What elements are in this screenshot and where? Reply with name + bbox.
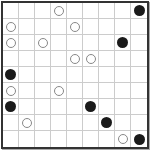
cell-r5c6[interactable] bbox=[99, 83, 115, 99]
cell-r5c2[interactable] bbox=[35, 83, 51, 99]
cell-r1c7[interactable] bbox=[115, 19, 131, 35]
cell-r6c1[interactable] bbox=[19, 99, 35, 115]
cell-r3c2[interactable] bbox=[35, 51, 51, 67]
cell-r3c5[interactable] bbox=[83, 51, 99, 67]
cell-r4c0[interactable] bbox=[3, 67, 19, 83]
cell-r3c1[interactable] bbox=[19, 51, 35, 67]
cell-r3c7[interactable] bbox=[115, 51, 131, 67]
masyu-black-circle bbox=[134, 134, 145, 145]
cell-r7c7[interactable] bbox=[115, 115, 131, 131]
masyu-white-circle bbox=[6, 38, 16, 48]
cell-r4c6[interactable] bbox=[99, 67, 115, 83]
cell-r2c2[interactable] bbox=[35, 35, 51, 51]
cell-r0c5[interactable] bbox=[83, 3, 99, 19]
masyu-black-circle bbox=[117, 37, 128, 48]
cell-r5c1[interactable] bbox=[19, 83, 35, 99]
masyu-white-circle bbox=[6, 86, 16, 96]
cell-r3c3[interactable] bbox=[51, 51, 67, 67]
masyu-white-circle bbox=[54, 86, 64, 96]
cell-r4c2[interactable] bbox=[35, 67, 51, 83]
cell-r3c6[interactable] bbox=[99, 51, 115, 67]
cell-r6c8[interactable] bbox=[131, 99, 147, 115]
masyu-board bbox=[1, 1, 149, 149]
masyu-black-circle bbox=[5, 69, 16, 80]
cell-r7c4[interactable] bbox=[67, 115, 83, 131]
cell-r5c7[interactable] bbox=[115, 83, 131, 99]
masyu-white-circle bbox=[54, 6, 64, 16]
masyu-white-circle bbox=[70, 22, 80, 32]
masyu-black-circle bbox=[5, 101, 16, 112]
cell-r7c2[interactable] bbox=[35, 115, 51, 131]
cell-r4c5[interactable] bbox=[83, 67, 99, 83]
cell-r3c8[interactable] bbox=[131, 51, 147, 67]
cell-r0c6[interactable] bbox=[99, 3, 115, 19]
cell-r8c0[interactable] bbox=[3, 131, 19, 147]
cell-r2c1[interactable] bbox=[19, 35, 35, 51]
cell-r8c7[interactable] bbox=[115, 131, 131, 147]
cell-r6c6[interactable] bbox=[99, 99, 115, 115]
cell-r0c8[interactable] bbox=[131, 3, 147, 19]
cell-r7c6[interactable] bbox=[99, 115, 115, 131]
cell-r3c4[interactable] bbox=[67, 51, 83, 67]
cell-r4c7[interactable] bbox=[115, 67, 131, 83]
cell-r0c7[interactable] bbox=[115, 3, 131, 19]
cell-r1c8[interactable] bbox=[131, 19, 147, 35]
cell-r1c6[interactable] bbox=[99, 19, 115, 35]
cell-r4c3[interactable] bbox=[51, 67, 67, 83]
cell-r1c0[interactable] bbox=[3, 19, 19, 35]
cell-r3c0[interactable] bbox=[3, 51, 19, 67]
cell-r4c1[interactable] bbox=[19, 67, 35, 83]
cell-r6c7[interactable] bbox=[115, 99, 131, 115]
cell-r2c0[interactable] bbox=[3, 35, 19, 51]
cell-r1c2[interactable] bbox=[35, 19, 51, 35]
masyu-black-circle bbox=[101, 117, 112, 128]
cell-r1c5[interactable] bbox=[83, 19, 99, 35]
cell-r6c3[interactable] bbox=[51, 99, 67, 115]
masyu-white-circle bbox=[70, 54, 80, 64]
cell-r5c3[interactable] bbox=[51, 83, 67, 99]
cell-r0c2[interactable] bbox=[35, 3, 51, 19]
masyu-puzzle bbox=[1, 1, 149, 149]
cell-r7c1[interactable] bbox=[19, 115, 35, 131]
masyu-white-circle bbox=[6, 22, 16, 32]
cell-r4c8[interactable] bbox=[131, 67, 147, 83]
cell-r2c6[interactable] bbox=[99, 35, 115, 51]
cell-r2c8[interactable] bbox=[131, 35, 147, 51]
cell-r2c4[interactable] bbox=[67, 35, 83, 51]
cell-r2c7[interactable] bbox=[115, 35, 131, 51]
cell-r6c5[interactable] bbox=[83, 99, 99, 115]
cell-r7c8[interactable] bbox=[131, 115, 147, 131]
cell-r8c6[interactable] bbox=[99, 131, 115, 147]
cell-r6c2[interactable] bbox=[35, 99, 51, 115]
cell-r8c8[interactable] bbox=[131, 131, 147, 147]
cell-r0c1[interactable] bbox=[19, 3, 35, 19]
cell-r2c5[interactable] bbox=[83, 35, 99, 51]
cell-r8c1[interactable] bbox=[19, 131, 35, 147]
cell-r8c3[interactable] bbox=[51, 131, 67, 147]
cell-r5c8[interactable] bbox=[131, 83, 147, 99]
masyu-black-circle bbox=[134, 5, 145, 16]
cell-r0c4[interactable] bbox=[67, 3, 83, 19]
masyu-white-circle bbox=[118, 134, 128, 144]
masyu-white-circle bbox=[22, 118, 32, 128]
cell-r2c3[interactable] bbox=[51, 35, 67, 51]
cell-r1c3[interactable] bbox=[51, 19, 67, 35]
cell-r0c3[interactable] bbox=[51, 3, 67, 19]
cell-r8c4[interactable] bbox=[67, 131, 83, 147]
cell-r6c0[interactable] bbox=[3, 99, 19, 115]
cell-r5c4[interactable] bbox=[67, 83, 83, 99]
cell-r7c3[interactable] bbox=[51, 115, 67, 131]
cell-r5c0[interactable] bbox=[3, 83, 19, 99]
cell-r4c4[interactable] bbox=[67, 67, 83, 83]
masyu-white-circle bbox=[38, 38, 48, 48]
cell-r8c5[interactable] bbox=[83, 131, 99, 147]
cell-r0c0[interactable] bbox=[3, 3, 19, 19]
masyu-white-circle bbox=[86, 54, 96, 64]
cell-r5c5[interactable] bbox=[83, 83, 99, 99]
cell-r6c4[interactable] bbox=[67, 99, 83, 115]
masyu-black-circle bbox=[85, 101, 96, 112]
cell-r1c1[interactable] bbox=[19, 19, 35, 35]
cell-r8c2[interactable] bbox=[35, 131, 51, 147]
cell-r7c5[interactable] bbox=[83, 115, 99, 131]
cell-r1c4[interactable] bbox=[67, 19, 83, 35]
cell-r7c0[interactable] bbox=[3, 115, 19, 131]
